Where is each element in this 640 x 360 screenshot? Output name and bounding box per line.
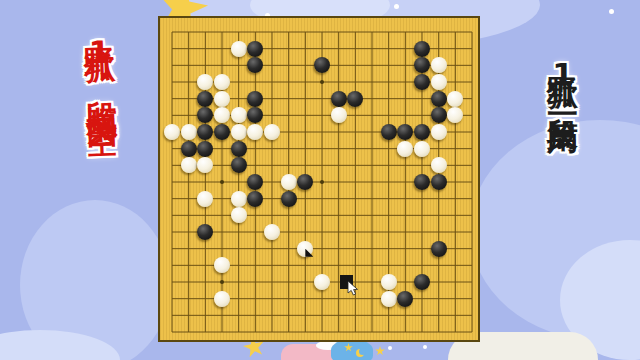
- black-stone: [347, 91, 363, 107]
- moon-icon: [356, 349, 364, 357]
- sparkle-dot: [609, 9, 614, 14]
- left-title: 野狐1段顺势围空: [79, 21, 122, 106]
- white-stone: [381, 274, 397, 290]
- white-stone: [264, 124, 280, 140]
- white-stone: [231, 207, 247, 223]
- black-stone: [414, 174, 430, 190]
- white-stone: [231, 124, 247, 140]
- black-stone: [414, 41, 430, 57]
- white-stone: [447, 91, 463, 107]
- white-stone: [431, 74, 447, 90]
- black-stone: [181, 141, 197, 157]
- star-point: [320, 80, 324, 84]
- star-icon: [375, 346, 385, 356]
- white-stone: [231, 41, 247, 57]
- black-stone: [414, 74, 430, 90]
- sparkle-dot: [575, 151, 579, 155]
- video-frame: 野狐1段顺势围空 野狐1段第一局: [0, 0, 640, 360]
- black-stone: [197, 91, 213, 107]
- go-board[interactable]: [158, 16, 480, 342]
- white-stone: [214, 291, 230, 307]
- white-stone: [181, 124, 197, 140]
- black-stone: [431, 91, 447, 107]
- white-stone: [431, 57, 447, 73]
- white-stone: [214, 91, 230, 107]
- white-stone: [281, 174, 297, 190]
- black-stone: [431, 241, 447, 257]
- black-stone: [431, 174, 447, 190]
- white-stone: [431, 157, 447, 173]
- black-stone: [331, 91, 347, 107]
- black-stone: [281, 191, 297, 207]
- black-stone: [197, 141, 213, 157]
- star-point: [220, 180, 224, 184]
- star-point: [320, 180, 324, 184]
- nightcap-shape: [331, 339, 373, 360]
- mouse-cursor-icon: [347, 280, 361, 298]
- white-stone: [381, 291, 397, 307]
- white-stone: [164, 124, 180, 140]
- star-point: [220, 280, 224, 284]
- right-title: 野狐1段第一局: [544, 52, 581, 102]
- black-stone: [431, 107, 447, 123]
- black-stone: [231, 141, 247, 157]
- white-stone: [414, 141, 430, 157]
- white-stone: [397, 141, 413, 157]
- black-stone: [381, 124, 397, 140]
- white-stone: [264, 224, 280, 240]
- sparkle-dot: [388, 346, 392, 350]
- black-stone: [247, 191, 263, 207]
- white-stone: [431, 124, 447, 140]
- white-stone: [314, 274, 330, 290]
- black-stone: [414, 124, 430, 140]
- sparkle-dot: [423, 345, 427, 349]
- white-stone: [181, 157, 197, 173]
- white-stone: [214, 74, 230, 90]
- black-stone: [214, 124, 230, 140]
- black-stone: [231, 157, 247, 173]
- black-stone: [414, 274, 430, 290]
- white-stone: [331, 107, 347, 123]
- white-stone: [197, 191, 213, 207]
- black-stone: [397, 291, 413, 307]
- sparkle-dot: [394, 4, 399, 9]
- white-stone: [231, 191, 247, 207]
- black-stone: [247, 91, 263, 107]
- white-stone: [231, 107, 247, 123]
- black-stone: [247, 41, 263, 57]
